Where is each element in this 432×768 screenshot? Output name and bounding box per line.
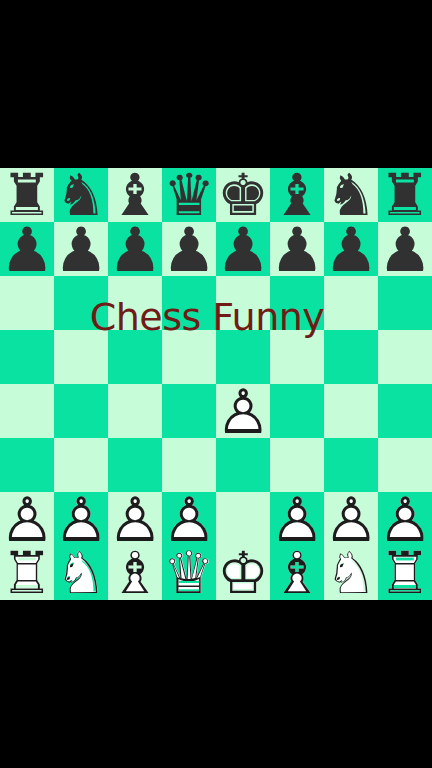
square-f7[interactable]: ♟ [270,222,324,276]
white-bishop-icon: ♗ [270,546,324,600]
white-knight-icon: ♘ [54,546,108,600]
square-d8[interactable]: ♛ [162,168,216,222]
white-rook-fill: ♜ [0,546,54,600]
white-rook-fill: ♜ [378,546,432,600]
square-f8[interactable]: ♝ [270,168,324,222]
white-pawn-fill: ♟ [162,492,216,546]
square-e2[interactable] [216,492,270,546]
black-bishop-icon: ♝ [270,168,324,222]
square-a2[interactable]: ♟♙ [0,492,54,546]
square-f1[interactable]: ♝♗ [270,546,324,600]
square-e4[interactable]: ♟♙ [216,384,270,438]
white-pawn-icon: ♙ [108,492,162,546]
white-pawn-icon: ♙ [162,492,216,546]
black-pawn-icon: ♟ [0,222,54,276]
square-c7[interactable]: ♟ [108,222,162,276]
letterbox-top [0,0,432,168]
white-bishop-icon: ♗ [108,546,162,600]
white-pawn-icon: ♙ [216,384,270,438]
letterbox-bottom [0,600,432,768]
black-knight-icon: ♞ [54,168,108,222]
square-h1[interactable]: ♜♖ [378,546,432,600]
white-pawn-fill: ♟ [324,492,378,546]
square-b3[interactable] [54,438,108,492]
black-rook-icon: ♜ [378,168,432,222]
black-bishop-icon: ♝ [108,168,162,222]
square-g7[interactable]: ♟ [324,222,378,276]
square-a8[interactable]: ♜ [0,168,54,222]
square-g8[interactable]: ♞ [324,168,378,222]
square-c4[interactable] [108,384,162,438]
square-a3[interactable] [0,438,54,492]
square-d1[interactable]: ♛♕ [162,546,216,600]
black-pawn-icon: ♟ [54,222,108,276]
app-screen: ♜♞♝♛♚♝♞♜♟♟♟♟♟♟♟♟♟♙♟♙♟♙♟♙♟♙♟♙♟♙♟♙♜♖♞♘♝♗♛♕… [0,0,432,768]
game-title: Chess Funny [0,290,423,344]
square-c2[interactable]: ♟♙ [108,492,162,546]
white-knight-fill: ♞ [324,546,378,600]
white-knight-icon: ♘ [324,546,378,600]
white-queen-fill: ♛ [162,546,216,600]
black-knight-icon: ♞ [324,168,378,222]
square-e1[interactable]: ♚♔ [216,546,270,600]
black-pawn-icon: ♟ [270,222,324,276]
square-e3[interactable] [216,438,270,492]
square-c1[interactable]: ♝♗ [108,546,162,600]
white-pawn-fill: ♟ [216,384,270,438]
white-pawn-fill: ♟ [54,492,108,546]
black-rook-icon: ♜ [0,168,54,222]
white-pawn-icon: ♙ [270,492,324,546]
square-b2[interactable]: ♟♙ [54,492,108,546]
square-d7[interactable]: ♟ [162,222,216,276]
square-c8[interactable]: ♝ [108,168,162,222]
black-pawn-icon: ♟ [162,222,216,276]
square-b4[interactable] [54,384,108,438]
white-knight-fill: ♞ [54,546,108,600]
square-e8[interactable]: ♚ [216,168,270,222]
white-queen-icon: ♕ [162,546,216,600]
white-pawn-fill: ♟ [108,492,162,546]
white-rook-icon: ♖ [378,546,432,600]
square-h4[interactable] [378,384,432,438]
chess-board: ♜♞♝♛♚♝♞♜♟♟♟♟♟♟♟♟♟♙♟♙♟♙♟♙♟♙♟♙♟♙♟♙♜♖♞♘♝♗♛♕… [0,168,432,600]
white-pawn-fill: ♟ [270,492,324,546]
white-bishop-fill: ♝ [108,546,162,600]
white-pawn-icon: ♙ [378,492,432,546]
white-rook-icon: ♖ [0,546,54,600]
square-g3[interactable] [324,438,378,492]
square-d3[interactable] [162,438,216,492]
square-h2[interactable]: ♟♙ [378,492,432,546]
white-king-fill: ♚ [216,546,270,600]
white-king-icon: ♔ [216,546,270,600]
square-b1[interactable]: ♞♘ [54,546,108,600]
square-f2[interactable]: ♟♙ [270,492,324,546]
square-h3[interactable] [378,438,432,492]
white-pawn-icon: ♙ [324,492,378,546]
black-pawn-icon: ♟ [378,222,432,276]
square-g4[interactable] [324,384,378,438]
white-pawn-icon: ♙ [54,492,108,546]
black-pawn-icon: ♟ [324,222,378,276]
square-d2[interactable]: ♟♙ [162,492,216,546]
square-a4[interactable] [0,384,54,438]
square-a1[interactable]: ♜♖ [0,546,54,600]
white-pawn-icon: ♙ [0,492,54,546]
square-c3[interactable] [108,438,162,492]
square-g2[interactable]: ♟♙ [324,492,378,546]
square-f3[interactable] [270,438,324,492]
white-pawn-fill: ♟ [378,492,432,546]
black-pawn-icon: ♟ [216,222,270,276]
square-b7[interactable]: ♟ [54,222,108,276]
square-b8[interactable]: ♞ [54,168,108,222]
black-queen-icon: ♛ [162,168,216,222]
square-d4[interactable] [162,384,216,438]
black-king-icon: ♚ [216,168,270,222]
square-h7[interactable]: ♟ [378,222,432,276]
square-a7[interactable]: ♟ [0,222,54,276]
square-e7[interactable]: ♟ [216,222,270,276]
square-g1[interactable]: ♞♘ [324,546,378,600]
white-pawn-fill: ♟ [0,492,54,546]
white-bishop-fill: ♝ [270,546,324,600]
square-f4[interactable] [270,384,324,438]
black-pawn-icon: ♟ [108,222,162,276]
square-h8[interactable]: ♜ [378,168,432,222]
